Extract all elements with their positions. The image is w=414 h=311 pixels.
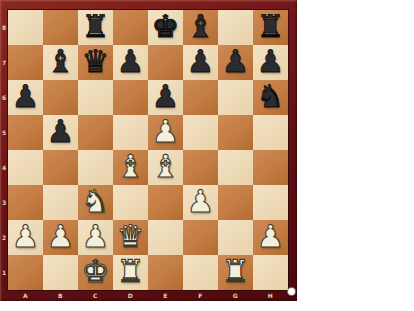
square-d5[interactable] xyxy=(113,115,148,150)
file-label-c: C xyxy=(78,290,113,301)
piece-white-pawn[interactable]: ♟ xyxy=(152,116,180,147)
square-a3[interactable] xyxy=(8,185,43,220)
piece-black-pawn[interactable]: ♟ xyxy=(117,46,145,77)
square-b8[interactable] xyxy=(43,10,78,45)
square-c7[interactable]: ♛ xyxy=(78,45,113,80)
square-d8[interactable] xyxy=(113,10,148,45)
square-c5[interactable] xyxy=(78,115,113,150)
piece-black-bishop[interactable]: ♝ xyxy=(47,46,75,77)
square-f8[interactable]: ♝ xyxy=(183,10,218,45)
square-g4[interactable] xyxy=(218,150,253,185)
piece-white-pawn[interactable]: ♟ xyxy=(12,221,40,252)
square-e8[interactable]: ♚ xyxy=(148,10,183,45)
square-d1[interactable]: ♜ xyxy=(113,255,148,290)
square-b7[interactable]: ♝ xyxy=(43,45,78,80)
piece-white-pawn[interactable]: ♟ xyxy=(257,221,285,252)
file-label-d: D xyxy=(113,290,148,301)
square-h4[interactable] xyxy=(253,150,288,185)
file-label-h: H xyxy=(253,290,288,301)
square-c8[interactable]: ♜ xyxy=(78,10,113,45)
square-h1[interactable] xyxy=(253,255,288,290)
square-e3[interactable] xyxy=(148,185,183,220)
square-f6[interactable] xyxy=(183,80,218,115)
piece-white-queen[interactable]: ♛ xyxy=(117,221,145,252)
piece-black-pawn[interactable]: ♟ xyxy=(257,46,285,77)
piece-white-pawn[interactable]: ♟ xyxy=(47,221,75,252)
square-h5[interactable] xyxy=(253,115,288,150)
rank-label-3: 3 xyxy=(0,185,8,220)
square-f5[interactable] xyxy=(183,115,218,150)
piece-white-pawn[interactable]: ♟ xyxy=(82,221,110,252)
square-a8[interactable] xyxy=(8,10,43,45)
square-a1[interactable] xyxy=(8,255,43,290)
square-g1[interactable]: ♜ xyxy=(218,255,253,290)
square-b2[interactable]: ♟ xyxy=(43,220,78,255)
square-b5[interactable]: ♟ xyxy=(43,115,78,150)
square-c1[interactable]: ♚ xyxy=(78,255,113,290)
square-e7[interactable] xyxy=(148,45,183,80)
square-g2[interactable] xyxy=(218,220,253,255)
rank-label-8: 8 xyxy=(0,10,8,45)
piece-black-pawn[interactable]: ♟ xyxy=(47,116,75,147)
square-c2[interactable]: ♟ xyxy=(78,220,113,255)
piece-white-knight[interactable]: ♞ xyxy=(82,186,110,217)
square-g6[interactable] xyxy=(218,80,253,115)
side-to-move-indicator xyxy=(288,288,295,295)
rank-label-5: 5 xyxy=(0,115,8,150)
piece-white-king[interactable]: ♚ xyxy=(82,256,110,287)
square-a6[interactable]: ♟ xyxy=(8,80,43,115)
square-h6[interactable]: ♞ xyxy=(253,80,288,115)
piece-black-king[interactable]: ♚ xyxy=(152,11,180,42)
piece-black-bishop[interactable]: ♝ xyxy=(187,11,215,42)
square-h3[interactable] xyxy=(253,185,288,220)
square-h2[interactable]: ♟ xyxy=(253,220,288,255)
piece-white-bishop[interactable]: ♝ xyxy=(117,151,145,182)
square-d2[interactable]: ♛ xyxy=(113,220,148,255)
square-a4[interactable] xyxy=(8,150,43,185)
square-f1[interactable] xyxy=(183,255,218,290)
square-b3[interactable] xyxy=(43,185,78,220)
file-label-f: F xyxy=(183,290,218,301)
piece-black-queen[interactable]: ♛ xyxy=(82,46,110,77)
square-a2[interactable]: ♟ xyxy=(8,220,43,255)
file-label-b: B xyxy=(43,290,78,301)
square-g8[interactable] xyxy=(218,10,253,45)
square-g3[interactable] xyxy=(218,185,253,220)
square-e5[interactable]: ♟ xyxy=(148,115,183,150)
square-c3[interactable]: ♞ xyxy=(78,185,113,220)
file-label-g: G xyxy=(218,290,253,301)
piece-white-pawn[interactable]: ♟ xyxy=(187,186,215,217)
piece-white-rook[interactable]: ♜ xyxy=(117,256,145,287)
square-b4[interactable] xyxy=(43,150,78,185)
square-e1[interactable] xyxy=(148,255,183,290)
square-g5[interactable] xyxy=(218,115,253,150)
piece-black-pawn[interactable]: ♟ xyxy=(187,46,215,77)
chess-board: ♜♚♝♜♝♛♟♟♟♟♟♟♞♟♟♝♝♞♟♟♟♟♛♟♚♜♜ 87654321 ABC… xyxy=(0,0,297,301)
square-f3[interactable]: ♟ xyxy=(183,185,218,220)
square-h7[interactable]: ♟ xyxy=(253,45,288,80)
rank-label-6: 6 xyxy=(0,80,8,115)
square-d6[interactable] xyxy=(113,80,148,115)
square-h8[interactable]: ♜ xyxy=(253,10,288,45)
board-grid: ♜♚♝♜♝♛♟♟♟♟♟♟♞♟♟♝♝♞♟♟♟♟♛♟♚♜♜ xyxy=(8,10,288,290)
piece-black-pawn[interactable]: ♟ xyxy=(222,46,250,77)
square-f7[interactable]: ♟ xyxy=(183,45,218,80)
square-f4[interactable] xyxy=(183,150,218,185)
square-e6[interactable]: ♟ xyxy=(148,80,183,115)
square-f2[interactable] xyxy=(183,220,218,255)
square-a5[interactable] xyxy=(8,115,43,150)
piece-white-bishop[interactable]: ♝ xyxy=(152,151,180,182)
square-c6[interactable] xyxy=(78,80,113,115)
piece-white-rook[interactable]: ♜ xyxy=(222,256,250,287)
file-label-a: A xyxy=(8,290,43,301)
square-b1[interactable] xyxy=(43,255,78,290)
piece-black-pawn[interactable]: ♟ xyxy=(152,81,180,112)
piece-black-rook[interactable]: ♜ xyxy=(82,11,110,42)
rank-label-2: 2 xyxy=(0,220,8,255)
square-a7[interactable] xyxy=(8,45,43,80)
square-d7[interactable]: ♟ xyxy=(113,45,148,80)
square-d3[interactable] xyxy=(113,185,148,220)
square-g7[interactable]: ♟ xyxy=(218,45,253,80)
piece-black-pawn[interactable]: ♟ xyxy=(12,81,40,112)
rank-label-7: 7 xyxy=(0,45,8,80)
square-e4[interactable]: ♝ xyxy=(148,150,183,185)
piece-black-knight[interactable]: ♞ xyxy=(257,81,285,112)
rank-label-1: 1 xyxy=(0,255,8,290)
square-b6[interactable] xyxy=(43,80,78,115)
square-e2[interactable] xyxy=(148,220,183,255)
rank-label-4: 4 xyxy=(0,150,8,185)
file-label-e: E xyxy=(148,290,183,301)
piece-black-rook[interactable]: ♜ xyxy=(257,11,285,42)
square-d4[interactable]: ♝ xyxy=(113,150,148,185)
square-c4[interactable] xyxy=(78,150,113,185)
